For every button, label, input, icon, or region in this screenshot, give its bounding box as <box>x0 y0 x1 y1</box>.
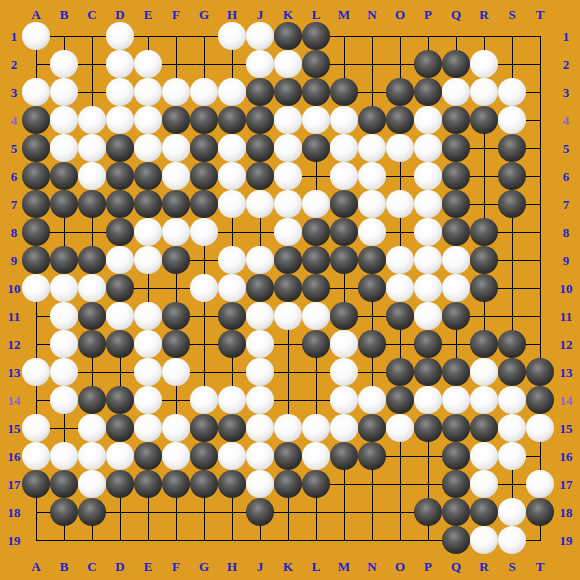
stone-black[interactable] <box>106 134 134 162</box>
grid-line-vertical <box>540 36 541 541</box>
stone-white[interactable] <box>106 442 134 470</box>
stone-white[interactable] <box>50 330 78 358</box>
stone-black[interactable] <box>190 190 218 218</box>
stone-black[interactable] <box>134 470 162 498</box>
stone-black[interactable] <box>22 134 50 162</box>
stone-white[interactable] <box>274 162 302 190</box>
stone-black[interactable] <box>106 470 134 498</box>
stone-white[interactable] <box>134 246 162 274</box>
stone-black[interactable] <box>442 106 470 134</box>
stone-white[interactable] <box>50 134 78 162</box>
stone-white[interactable] <box>50 274 78 302</box>
stone-white[interactable] <box>274 414 302 442</box>
stone-black[interactable] <box>218 330 246 358</box>
row-label-left: 16 <box>8 450 21 463</box>
stone-white[interactable] <box>526 414 554 442</box>
go-board[interactable]: AABBCCDDEEFFGGHHJJKKLLMMNNOOPPQQRRSSTT11… <box>0 0 580 580</box>
col-label-bottom: B <box>60 560 69 573</box>
stone-white[interactable] <box>162 78 190 106</box>
stone-black[interactable] <box>78 330 106 358</box>
stone-black[interactable] <box>134 162 162 190</box>
stone-black[interactable] <box>190 414 218 442</box>
stone-white[interactable] <box>246 414 274 442</box>
col-label-top: J <box>257 8 264 21</box>
stone-white[interactable] <box>134 302 162 330</box>
col-label-bottom: N <box>367 560 376 573</box>
stone-black[interactable] <box>246 134 274 162</box>
stone-white[interactable] <box>106 78 134 106</box>
stone-white[interactable] <box>134 358 162 386</box>
stone-black[interactable] <box>442 526 470 554</box>
row-label-right: 17 <box>560 478 573 491</box>
stone-white[interactable] <box>22 414 50 442</box>
stone-white[interactable] <box>302 414 330 442</box>
stone-black[interactable] <box>246 106 274 134</box>
stone-white[interactable] <box>50 50 78 78</box>
stone-black[interactable] <box>442 134 470 162</box>
stone-black[interactable] <box>106 190 134 218</box>
stone-white[interactable] <box>386 274 414 302</box>
row-label-left: 2 <box>11 58 18 71</box>
row-label-right: 16 <box>560 450 573 463</box>
stone-black[interactable] <box>386 302 414 330</box>
stone-white[interactable] <box>442 78 470 106</box>
stone-black[interactable] <box>358 414 386 442</box>
stone-black[interactable] <box>162 106 190 134</box>
stone-white[interactable] <box>274 134 302 162</box>
stone-white[interactable] <box>106 50 134 78</box>
stone-black[interactable] <box>442 162 470 190</box>
stone-white[interactable] <box>386 134 414 162</box>
stone-white[interactable] <box>274 302 302 330</box>
stone-black[interactable] <box>414 330 442 358</box>
stone-white[interactable] <box>274 218 302 246</box>
stone-black[interactable] <box>302 134 330 162</box>
stone-black[interactable] <box>50 162 78 190</box>
col-label-bottom: L <box>312 560 321 573</box>
stone-black[interactable] <box>386 358 414 386</box>
stone-black[interactable] <box>274 470 302 498</box>
stone-white[interactable] <box>106 106 134 134</box>
stone-black[interactable] <box>442 50 470 78</box>
stone-white[interactable] <box>330 358 358 386</box>
col-label-top: G <box>199 8 209 21</box>
stone-white[interactable] <box>50 442 78 470</box>
stone-black[interactable] <box>470 246 498 274</box>
stone-black[interactable] <box>190 162 218 190</box>
row-label-right: 15 <box>560 422 573 435</box>
stone-black[interactable] <box>414 50 442 78</box>
stone-black[interactable] <box>134 442 162 470</box>
stone-black[interactable] <box>470 274 498 302</box>
stone-black[interactable] <box>246 78 274 106</box>
stone-black[interactable] <box>274 246 302 274</box>
stone-white[interactable] <box>78 470 106 498</box>
stone-white[interactable] <box>302 302 330 330</box>
stone-white[interactable] <box>246 190 274 218</box>
stone-white[interactable] <box>442 246 470 274</box>
stone-white[interactable] <box>190 274 218 302</box>
col-label-top: C <box>87 8 96 21</box>
stone-white[interactable] <box>134 414 162 442</box>
stone-white[interactable] <box>386 190 414 218</box>
stone-black[interactable] <box>442 470 470 498</box>
stone-white[interactable] <box>414 246 442 274</box>
col-label-bottom: M <box>338 560 350 573</box>
stone-black[interactable] <box>274 442 302 470</box>
row-label-right: 5 <box>563 142 570 155</box>
stone-black[interactable] <box>106 218 134 246</box>
row-label-left: 17 <box>8 478 21 491</box>
row-label-left: 18 <box>8 506 21 519</box>
stone-white[interactable] <box>498 498 526 526</box>
stone-white[interactable] <box>414 134 442 162</box>
stone-black[interactable] <box>330 302 358 330</box>
stone-black[interactable] <box>442 190 470 218</box>
stone-white[interactable] <box>302 190 330 218</box>
col-label-bottom: C <box>87 560 96 573</box>
stone-black[interactable] <box>442 414 470 442</box>
stone-white[interactable] <box>22 274 50 302</box>
stone-black[interactable] <box>22 218 50 246</box>
stone-white[interactable] <box>50 358 78 386</box>
stone-black[interactable] <box>470 414 498 442</box>
row-label-right: 1 <box>563 30 570 43</box>
stone-black[interactable] <box>470 498 498 526</box>
stone-white[interactable] <box>106 302 134 330</box>
stone-black[interactable] <box>302 50 330 78</box>
stone-white[interactable] <box>498 442 526 470</box>
stone-black[interactable] <box>302 330 330 358</box>
stone-black[interactable] <box>106 386 134 414</box>
stone-white[interactable] <box>358 190 386 218</box>
stone-white[interactable] <box>50 106 78 134</box>
stone-black[interactable] <box>218 302 246 330</box>
col-label-top: H <box>227 8 237 21</box>
stone-black[interactable] <box>162 330 190 358</box>
stone-white[interactable] <box>386 414 414 442</box>
stone-white[interactable] <box>414 302 442 330</box>
stone-white[interactable] <box>246 442 274 470</box>
stone-white[interactable] <box>246 246 274 274</box>
stone-black[interactable] <box>470 330 498 358</box>
stone-white[interactable] <box>106 246 134 274</box>
row-label-right: 12 <box>560 338 573 351</box>
stone-white[interactable] <box>162 218 190 246</box>
stone-white[interactable] <box>358 218 386 246</box>
stone-white[interactable] <box>218 442 246 470</box>
row-label-left: 19 <box>8 534 21 547</box>
stone-black[interactable] <box>274 22 302 50</box>
stone-black[interactable] <box>190 106 218 134</box>
stone-black[interactable] <box>22 246 50 274</box>
stone-white[interactable] <box>246 358 274 386</box>
stone-black[interactable] <box>358 246 386 274</box>
stone-white[interactable] <box>50 302 78 330</box>
stone-white[interactable] <box>330 106 358 134</box>
stone-white[interactable] <box>526 470 554 498</box>
stone-white[interactable] <box>134 330 162 358</box>
row-label-left: 15 <box>8 422 21 435</box>
stone-black[interactable] <box>498 330 526 358</box>
stone-white[interactable] <box>190 218 218 246</box>
stone-black[interactable] <box>330 442 358 470</box>
stone-black[interactable] <box>498 134 526 162</box>
stone-white[interactable] <box>498 386 526 414</box>
stone-white[interactable] <box>190 386 218 414</box>
stone-white[interactable] <box>498 78 526 106</box>
stone-white[interactable] <box>218 78 246 106</box>
stone-black[interactable] <box>442 442 470 470</box>
stone-black[interactable] <box>358 274 386 302</box>
col-label-top: T <box>536 8 545 21</box>
stone-white[interactable] <box>414 218 442 246</box>
col-label-bottom: K <box>283 560 293 573</box>
stone-white[interactable] <box>246 50 274 78</box>
stone-black[interactable] <box>218 470 246 498</box>
row-label-right: 2 <box>563 58 570 71</box>
stone-black[interactable] <box>50 470 78 498</box>
row-label-left: 10 <box>8 282 21 295</box>
stone-white[interactable] <box>134 78 162 106</box>
stone-white[interactable] <box>22 442 50 470</box>
row-label-right: 4 <box>563 114 570 127</box>
stone-white[interactable] <box>414 190 442 218</box>
col-label-top: L <box>312 8 321 21</box>
col-label-bottom: E <box>144 560 153 573</box>
stone-white[interactable] <box>330 134 358 162</box>
stone-black[interactable] <box>190 470 218 498</box>
stone-black[interactable] <box>246 274 274 302</box>
stone-black[interactable] <box>414 78 442 106</box>
stone-white[interactable] <box>498 106 526 134</box>
stone-black[interactable] <box>22 190 50 218</box>
stone-black[interactable] <box>358 106 386 134</box>
stone-black[interactable] <box>246 498 274 526</box>
stone-black[interactable] <box>358 330 386 358</box>
stone-black[interactable] <box>414 358 442 386</box>
stone-black[interactable] <box>22 470 50 498</box>
stone-white[interactable] <box>162 134 190 162</box>
stone-black[interactable] <box>526 386 554 414</box>
stone-white[interactable] <box>498 526 526 554</box>
stone-black[interactable] <box>78 302 106 330</box>
stone-black[interactable] <box>162 190 190 218</box>
stone-black[interactable] <box>498 190 526 218</box>
stone-white[interactable] <box>22 78 50 106</box>
stone-white[interactable] <box>330 414 358 442</box>
stone-white[interactable] <box>302 442 330 470</box>
row-label-left: 13 <box>8 366 21 379</box>
stone-white[interactable] <box>78 134 106 162</box>
row-label-right: 6 <box>563 170 570 183</box>
col-label-top: Q <box>451 8 461 21</box>
stone-black[interactable] <box>302 218 330 246</box>
stone-white[interactable] <box>470 50 498 78</box>
stone-white[interactable] <box>190 78 218 106</box>
row-label-left: 3 <box>11 86 18 99</box>
stone-white[interactable] <box>78 106 106 134</box>
stone-white[interactable] <box>218 134 246 162</box>
stone-black[interactable] <box>302 470 330 498</box>
stone-white[interactable] <box>414 386 442 414</box>
stone-white[interactable] <box>302 106 330 134</box>
stone-white[interactable] <box>470 442 498 470</box>
stone-white[interactable] <box>470 386 498 414</box>
stone-black[interactable] <box>330 190 358 218</box>
stone-black[interactable] <box>162 302 190 330</box>
stone-black[interactable] <box>50 498 78 526</box>
col-label-top: P <box>424 8 432 21</box>
stone-white[interactable] <box>50 386 78 414</box>
stone-white[interactable] <box>162 414 190 442</box>
row-label-right: 11 <box>560 310 572 323</box>
stone-white[interactable] <box>246 22 274 50</box>
col-label-bottom: J <box>257 560 264 573</box>
stone-white[interactable] <box>134 50 162 78</box>
col-label-bottom: Q <box>451 560 461 573</box>
stone-white[interactable] <box>358 134 386 162</box>
col-label-top: A <box>31 8 40 21</box>
stone-black[interactable] <box>78 190 106 218</box>
stone-black[interactable] <box>106 414 134 442</box>
stone-black[interactable] <box>190 442 218 470</box>
stone-white[interactable] <box>470 78 498 106</box>
stone-white[interactable] <box>22 22 50 50</box>
stone-white[interactable] <box>162 358 190 386</box>
stone-white[interactable] <box>78 162 106 190</box>
stone-white[interactable] <box>78 442 106 470</box>
stone-white[interactable] <box>218 190 246 218</box>
stone-black[interactable] <box>78 386 106 414</box>
stone-black[interactable] <box>442 302 470 330</box>
stone-white[interactable] <box>78 414 106 442</box>
stone-white[interactable] <box>330 330 358 358</box>
stone-black[interactable] <box>246 162 274 190</box>
row-label-right: 9 <box>563 254 570 267</box>
stone-black[interactable] <box>330 78 358 106</box>
stone-black[interactable] <box>162 470 190 498</box>
stone-white[interactable] <box>442 386 470 414</box>
stone-white[interactable] <box>134 106 162 134</box>
col-label-bottom: A <box>31 560 40 573</box>
stone-black[interactable] <box>498 358 526 386</box>
stone-black[interactable] <box>386 78 414 106</box>
stone-white[interactable] <box>134 218 162 246</box>
stone-white[interactable] <box>442 274 470 302</box>
stone-black[interactable] <box>330 218 358 246</box>
stone-black[interactable] <box>302 274 330 302</box>
stone-black[interactable] <box>274 78 302 106</box>
stone-black[interactable] <box>414 414 442 442</box>
stone-black[interactable] <box>162 246 190 274</box>
stone-black[interactable] <box>302 78 330 106</box>
col-label-top: K <box>283 8 293 21</box>
stone-black[interactable] <box>442 358 470 386</box>
stone-white[interactable] <box>414 106 442 134</box>
stone-black[interactable] <box>78 246 106 274</box>
stone-white[interactable] <box>386 246 414 274</box>
row-label-left: 1 <box>11 30 18 43</box>
stone-black[interactable] <box>78 498 106 526</box>
stone-white[interactable] <box>414 162 442 190</box>
stone-white[interactable] <box>414 274 442 302</box>
stone-black[interactable] <box>526 358 554 386</box>
stone-white[interactable] <box>330 162 358 190</box>
stone-black[interactable] <box>442 218 470 246</box>
stone-white[interactable] <box>218 246 246 274</box>
stone-black[interactable] <box>218 414 246 442</box>
stone-black[interactable] <box>274 274 302 302</box>
stone-white[interactable] <box>218 274 246 302</box>
stone-white[interactable] <box>162 162 190 190</box>
stone-black[interactable] <box>498 162 526 190</box>
stone-white[interactable] <box>470 358 498 386</box>
stone-white[interactable] <box>162 442 190 470</box>
stone-white[interactable] <box>358 386 386 414</box>
stone-black[interactable] <box>134 190 162 218</box>
stone-black[interactable] <box>442 498 470 526</box>
stone-black[interactable] <box>50 246 78 274</box>
stone-black[interactable] <box>526 498 554 526</box>
stone-black[interactable] <box>386 106 414 134</box>
stone-white[interactable] <box>218 162 246 190</box>
stone-white[interactable] <box>330 386 358 414</box>
stone-black[interactable] <box>218 106 246 134</box>
stone-black[interactable] <box>470 218 498 246</box>
stone-black[interactable] <box>414 498 442 526</box>
row-label-right: 14 <box>560 394 573 407</box>
stone-black[interactable] <box>50 190 78 218</box>
stone-black[interactable] <box>106 330 134 358</box>
stone-white[interactable] <box>274 190 302 218</box>
stone-white[interactable] <box>470 526 498 554</box>
stone-white[interactable] <box>218 386 246 414</box>
stone-white[interactable] <box>22 358 50 386</box>
col-label-top: R <box>479 8 488 21</box>
stone-white[interactable] <box>246 302 274 330</box>
stone-black[interactable] <box>106 274 134 302</box>
stone-white[interactable] <box>134 134 162 162</box>
stone-white[interactable] <box>246 330 274 358</box>
stone-white[interactable] <box>106 22 134 50</box>
row-label-left: 7 <box>11 198 18 211</box>
stone-white[interactable] <box>358 162 386 190</box>
stone-black[interactable] <box>302 246 330 274</box>
stone-black[interactable] <box>22 106 50 134</box>
stone-white[interactable] <box>134 386 162 414</box>
stone-black[interactable] <box>358 442 386 470</box>
stone-black[interactable] <box>22 162 50 190</box>
stone-white[interactable] <box>274 50 302 78</box>
stone-black[interactable] <box>330 246 358 274</box>
stone-white[interactable] <box>274 106 302 134</box>
stone-white[interactable] <box>246 386 274 414</box>
row-label-right: 3 <box>563 86 570 99</box>
stone-white[interactable] <box>78 274 106 302</box>
stone-white[interactable] <box>218 22 246 50</box>
stone-white[interactable] <box>246 470 274 498</box>
stone-black[interactable] <box>386 386 414 414</box>
stone-black[interactable] <box>470 106 498 134</box>
stone-white[interactable] <box>470 470 498 498</box>
stone-black[interactable] <box>106 162 134 190</box>
stone-black[interactable] <box>302 22 330 50</box>
stone-white[interactable] <box>498 414 526 442</box>
stone-black[interactable] <box>190 134 218 162</box>
stone-white[interactable] <box>50 78 78 106</box>
row-label-left: 6 <box>11 170 18 183</box>
